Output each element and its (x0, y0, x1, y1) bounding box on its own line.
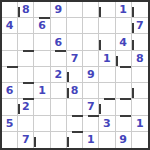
pair-marker-h-r5-c2 (23, 82, 34, 84)
cell-r3c1[interactable] (2, 34, 18, 50)
cell-r7c4[interactable] (51, 99, 67, 115)
cell-r3c2[interactable] (18, 34, 34, 50)
cell-r4c7[interactable]: 1 (99, 51, 115, 67)
cell-r1c7[interactable] (99, 2, 115, 18)
pair-marker-v-r7-c1 (18, 104, 20, 114)
cell-r8c1[interactable]: 5 (2, 116, 18, 132)
cell-r2c3[interactable]: 6 (34, 18, 50, 34)
cell-r9c1[interactable] (2, 132, 18, 148)
cell-r6c1[interactable]: 6 (2, 83, 18, 99)
cell-r9c9[interactable] (132, 132, 148, 148)
pair-marker-v-r9-c2 (34, 137, 36, 147)
cell-r1c9[interactable] (132, 2, 148, 18)
pair-marker-h-r6-c2 (23, 98, 34, 100)
cell-r1c4[interactable]: 9 (51, 2, 67, 18)
cell-r5c5[interactable] (67, 67, 83, 83)
pair-marker-v-r1-c8 (132, 7, 134, 17)
pair-marker-v-r6-c4 (67, 88, 69, 98)
cell-r6c3[interactable]: 1 (34, 83, 50, 99)
cell-r7c2[interactable]: 2 (18, 99, 34, 115)
cell-r6c5[interactable]: 8 (67, 83, 83, 99)
cell-r3c6[interactable] (83, 34, 99, 50)
cell-r1c5[interactable] (67, 2, 83, 18)
cell-r5c1[interactable] (2, 67, 18, 83)
cell-r2c5[interactable] (67, 18, 83, 34)
cell-r1c8[interactable]: 1 (116, 2, 132, 18)
cell-r8c6[interactable] (83, 116, 99, 132)
pair-marker-v-r7-c6 (99, 104, 101, 114)
cell-r8c7[interactable]: 3 (99, 116, 115, 132)
pair-marker-v-r3-c8 (132, 40, 134, 50)
cell-r5c9[interactable] (132, 67, 148, 83)
cell-r4c2[interactable] (18, 51, 34, 67)
pair-marker-v-r2-c8 (132, 23, 134, 33)
cell-r4c5[interactable]: 7 (67, 51, 83, 67)
cell-r2c4[interactable] (51, 18, 67, 34)
cell-r7c7[interactable] (99, 99, 115, 115)
cell-r9c3[interactable] (34, 132, 50, 148)
cell-r6c4[interactable] (51, 83, 67, 99)
pair-marker-h-r7-c5 (72, 115, 83, 117)
cell-r6c2[interactable] (18, 83, 34, 99)
pair-marker-h-r3-c4 (55, 50, 66, 52)
cell-r4c3[interactable] (34, 51, 50, 67)
cell-r3c7[interactable] (99, 34, 115, 50)
cell-r2c7[interactable] (99, 18, 115, 34)
cell-r5c2[interactable] (18, 67, 34, 83)
cell-r9c5[interactable] (67, 132, 83, 148)
pair-marker-v-r6-c8 (132, 88, 134, 98)
cell-r5c8[interactable] (116, 67, 132, 83)
cell-r7c5[interactable] (67, 99, 83, 115)
cell-r7c9[interactable] (132, 99, 148, 115)
cell-r5c3[interactable] (34, 67, 50, 83)
cell-r9c8[interactable]: 9 (116, 132, 132, 148)
pair-marker-h-r6-c8 (120, 98, 131, 100)
cell-r3c4[interactable]: 6 (51, 34, 67, 50)
pair-marker-v-r5-c4 (67, 72, 69, 82)
cell-r4c6[interactable] (83, 51, 99, 67)
cell-r1c1[interactable] (2, 2, 18, 18)
cell-r2c8[interactable] (116, 18, 132, 34)
cell-r1c6[interactable] (83, 2, 99, 18)
pair-marker-v-r3-c6 (99, 40, 101, 50)
cell-r5c4[interactable]: 2 (51, 67, 67, 83)
cell-r3c9[interactable] (132, 34, 148, 50)
pair-marker-h-r4-c1 (7, 66, 18, 68)
cell-r6c7[interactable] (99, 83, 115, 99)
cell-r6c6[interactable] (83, 83, 99, 99)
cell-r2c9[interactable]: 7 (132, 18, 148, 34)
cell-r9c4[interactable] (51, 132, 67, 148)
cell-r3c8[interactable]: 4 (116, 34, 132, 50)
pair-marker-h-r6-c7 (104, 98, 115, 100)
cell-r1c3[interactable] (34, 2, 50, 18)
cell-r8c2[interactable] (18, 116, 34, 132)
pair-marker-v-r1-c1 (18, 7, 20, 17)
cell-r3c5[interactable] (67, 34, 83, 50)
cell-r5c7[interactable] (99, 67, 115, 83)
pair-marker-h-r8-c5 (72, 131, 83, 133)
cell-r9c6[interactable]: 1 (83, 132, 99, 148)
cell-r3c3[interactable] (34, 34, 50, 50)
cell-r6c9[interactable] (132, 83, 148, 99)
cell-r2c6[interactable] (83, 18, 99, 34)
cell-r7c6[interactable]: 7 (83, 99, 99, 115)
sudoku-board: 891467647182961827531719 (0, 0, 150, 150)
cell-r8c4[interactable] (51, 116, 67, 132)
cell-r8c5[interactable] (67, 116, 83, 132)
cell-r4c1[interactable] (2, 51, 18, 67)
cell-r7c3[interactable] (34, 99, 50, 115)
cell-r4c4[interactable] (51, 51, 67, 67)
cell-r2c2[interactable] (18, 18, 34, 34)
cell-r9c7[interactable] (99, 132, 115, 148)
pair-marker-v-r9-c4 (67, 137, 69, 147)
cell-r7c8[interactable] (116, 99, 132, 115)
pair-marker-v-r4-c7 (116, 56, 118, 66)
pair-marker-v-r1-c6 (99, 7, 101, 17)
cell-r2c1[interactable]: 4 (2, 18, 18, 34)
cell-r8c8[interactable] (116, 116, 132, 132)
cell-r5c6[interactable]: 9 (83, 67, 99, 83)
cell-r7c1[interactable] (2, 99, 18, 115)
cell-r1c2[interactable]: 8 (18, 2, 34, 18)
pair-marker-h-r7-c8 (120, 115, 131, 117)
pair-marker-h-r7-c6 (88, 115, 99, 117)
pair-marker-h-r4-c8 (120, 66, 131, 68)
cell-r6c8[interactable] (116, 83, 132, 99)
cell-r4c8[interactable] (116, 51, 132, 67)
pair-marker-h-r3-c2 (23, 50, 34, 52)
pair-marker-h-r1-c3 (39, 17, 50, 19)
cell-r8c3[interactable] (34, 116, 50, 132)
cell-r8c9[interactable]: 1 (132, 116, 148, 132)
cell-r4c9[interactable]: 8 (132, 51, 148, 67)
cell-r9c2[interactable]: 7 (18, 132, 34, 148)
